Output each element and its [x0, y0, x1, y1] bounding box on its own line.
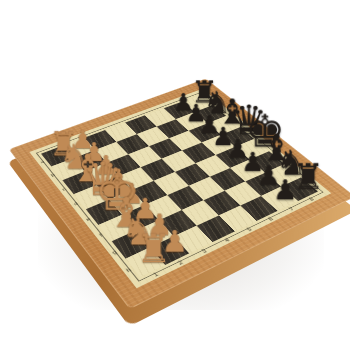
white-rook-h1[interactable]: ♜ — [136, 228, 165, 268]
black-pawn-h7[interactable]: ♟ — [272, 176, 298, 203]
product-photo-scene: ♜♟♟♜♞♟♟♞♝♟♟♝♛♟♟♛♚♟♟♚♝♟♟♝♞♟♟♞♜♟♟♜ abcdefg… — [0, 0, 350, 350]
square-e5[interactable] — [175, 163, 210, 185]
